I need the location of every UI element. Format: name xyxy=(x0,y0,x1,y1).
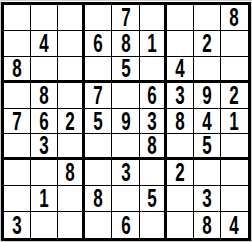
given-digit: 4 xyxy=(175,57,184,81)
given-digit: 7 xyxy=(121,5,130,30)
given-digit: 8 xyxy=(94,186,103,211)
given-digit: 8 xyxy=(202,213,211,238)
given-digit: 6 xyxy=(147,83,156,108)
given-digit: 3 xyxy=(147,109,156,134)
sudoku-cell-r1c5[interactable]: 7 xyxy=(112,5,139,31)
sudoku-cell-r5c9[interactable]: 1 xyxy=(221,109,248,135)
sudoku-cell-r3c4[interactable] xyxy=(85,57,112,83)
sudoku-cell-r2c4[interactable]: 6 xyxy=(85,31,112,57)
sudoku-cell-r6c9[interactable] xyxy=(221,134,248,160)
given-digit: 5 xyxy=(94,109,103,134)
sudoku-cell-r4c1[interactable] xyxy=(4,83,31,109)
sudoku-cell-r6c6[interactable]: 8 xyxy=(140,134,167,160)
sudoku-cell-r9c9[interactable]: 4 xyxy=(221,212,248,238)
sudoku-cell-r6c5[interactable] xyxy=(112,134,139,160)
given-digit: 3 xyxy=(121,160,130,185)
sudoku-cell-r3c9[interactable] xyxy=(221,57,248,83)
sudoku-cell-r5c6[interactable]: 3 xyxy=(140,109,167,135)
sudoku-board: 784681285487639276259384138583218533684 xyxy=(1,2,251,241)
sudoku-cell-r5c8[interactable]: 4 xyxy=(194,109,221,135)
sudoku-cell-r4c9[interactable]: 2 xyxy=(221,83,248,109)
sudoku-cell-r4c5[interactable] xyxy=(112,83,139,109)
sudoku-cell-r8c2[interactable]: 1 xyxy=(31,186,58,212)
given-digit: 8 xyxy=(230,5,239,30)
sudoku-cell-r4c6[interactable]: 6 xyxy=(140,83,167,109)
sudoku-cell-r3c1[interactable]: 8 xyxy=(4,57,31,83)
sudoku-cell-r1c7[interactable] xyxy=(167,5,194,31)
sudoku-cell-r3c7[interactable]: 4 xyxy=(167,57,194,83)
sudoku-cell-r5c4[interactable]: 5 xyxy=(85,109,112,135)
sudoku-cell-r5c2[interactable]: 6 xyxy=(31,109,58,135)
given-digit: 8 xyxy=(66,160,75,185)
given-digit: 9 xyxy=(202,83,211,108)
given-digit: 4 xyxy=(230,213,239,238)
given-digit: 5 xyxy=(121,57,130,81)
sudoku-cell-r8c7[interactable] xyxy=(167,186,194,212)
sudoku-cell-r4c7[interactable]: 3 xyxy=(167,83,194,109)
given-digit: 8 xyxy=(39,83,48,108)
sudoku-cell-r1c8[interactable] xyxy=(194,5,221,31)
sudoku-cell-r8c3[interactable] xyxy=(58,186,85,212)
given-digit: 6 xyxy=(94,31,103,56)
given-digit: 8 xyxy=(175,109,184,134)
sudoku-cell-r5c3[interactable]: 2 xyxy=(58,109,85,135)
sudoku-cell-r9c5[interactable]: 6 xyxy=(112,212,139,238)
given-digit: 3 xyxy=(39,134,48,158)
given-digit: 8 xyxy=(121,31,130,56)
sudoku-cell-r3c3[interactable] xyxy=(58,57,85,83)
sudoku-cell-r2c6[interactable]: 1 xyxy=(140,31,167,57)
sudoku-cell-r6c4[interactable] xyxy=(85,134,112,160)
sudoku-cell-r3c5[interactable]: 5 xyxy=(112,57,139,83)
sudoku-cell-r6c3[interactable] xyxy=(58,134,85,160)
sudoku-cell-r9c3[interactable] xyxy=(58,212,85,238)
given-digit: 2 xyxy=(66,109,75,134)
given-digit: 3 xyxy=(175,83,184,108)
sudoku-cell-r6c8[interactable]: 5 xyxy=(194,134,221,160)
sudoku-cell-r9c7[interactable] xyxy=(167,212,194,238)
sudoku-cell-r7c3[interactable]: 8 xyxy=(58,160,85,186)
given-digit: 2 xyxy=(175,160,184,185)
sudoku-cell-r2c5[interactable]: 8 xyxy=(112,31,139,57)
sudoku-cell-r9c2[interactable] xyxy=(31,212,58,238)
sudoku-cell-r7c1[interactable] xyxy=(4,160,31,186)
given-digit: 3 xyxy=(202,186,211,211)
given-digit: 4 xyxy=(39,31,48,56)
sudoku-cell-r6c1[interactable] xyxy=(4,134,31,160)
sudoku-cell-r7c6[interactable] xyxy=(140,160,167,186)
sudoku-cell-r8c9[interactable] xyxy=(221,186,248,212)
given-digit: 6 xyxy=(39,109,48,134)
sudoku-cell-r3c6[interactable] xyxy=(140,57,167,83)
sudoku-cell-r6c7[interactable] xyxy=(167,134,194,160)
sudoku-cell-r5c1[interactable]: 7 xyxy=(4,109,31,135)
sudoku-cell-r2c9[interactable] xyxy=(221,31,248,57)
sudoku-cell-r2c1[interactable] xyxy=(4,31,31,57)
given-digit: 9 xyxy=(121,109,130,134)
sudoku-cell-r5c5[interactable]: 9 xyxy=(112,109,139,135)
given-digit: 1 xyxy=(230,109,239,134)
sudoku-cell-r2c7[interactable] xyxy=(167,31,194,57)
given-digit: 2 xyxy=(230,83,239,108)
sudoku-cell-r2c3[interactable] xyxy=(58,31,85,57)
sudoku-cell-r9c6[interactable] xyxy=(140,212,167,238)
sudoku-cell-r7c2[interactable] xyxy=(31,160,58,186)
given-digit: 1 xyxy=(147,31,156,56)
sudoku-cell-r1c6[interactable] xyxy=(140,5,167,31)
given-digit: 1 xyxy=(39,186,48,211)
given-digit: 4 xyxy=(202,109,211,134)
given-digit: 6 xyxy=(121,213,130,238)
sudoku-cell-r1c9[interactable]: 8 xyxy=(221,5,248,31)
sudoku-cell-r7c5[interactable]: 3 xyxy=(112,160,139,186)
given-digit: 7 xyxy=(94,83,103,108)
sudoku-cell-r2c2[interactable]: 4 xyxy=(31,31,58,57)
given-digit: 7 xyxy=(12,109,21,134)
sudoku-cell-r9c4[interactable] xyxy=(85,212,112,238)
sudoku-cell-r1c1[interactable] xyxy=(4,5,31,31)
sudoku-cell-r2c8[interactable]: 2 xyxy=(194,31,221,57)
sudoku-cell-r3c2[interactable] xyxy=(31,57,58,83)
given-digit: 5 xyxy=(147,186,156,211)
given-digit: 5 xyxy=(202,134,211,158)
sudoku-cell-r7c8[interactable] xyxy=(194,160,221,186)
sudoku-cell-r9c8[interactable]: 8 xyxy=(194,212,221,238)
sudoku-cell-r8c1[interactable] xyxy=(4,186,31,212)
sudoku-cell-r4c2[interactable]: 8 xyxy=(31,83,58,109)
sudoku-cell-r9c1[interactable]: 3 xyxy=(4,212,31,238)
given-digit: 8 xyxy=(12,57,21,81)
sudoku-cell-r6c2[interactable]: 3 xyxy=(31,134,58,160)
sudoku-cell-r4c8[interactable]: 9 xyxy=(194,83,221,109)
given-digit: 2 xyxy=(202,31,211,56)
sudoku-cell-r8c8[interactable]: 3 xyxy=(194,186,221,212)
sudoku-cell-r5c7[interactable]: 8 xyxy=(167,109,194,135)
sudoku-cell-r1c4[interactable] xyxy=(85,5,112,31)
sudoku-cell-r1c2[interactable] xyxy=(31,5,58,31)
sudoku-cell-r8c4[interactable]: 8 xyxy=(85,186,112,212)
sudoku-cell-r8c5[interactable] xyxy=(112,186,139,212)
sudoku-cell-r4c4[interactable]: 7 xyxy=(85,83,112,109)
sudoku-cell-r4c3[interactable] xyxy=(58,83,85,109)
sudoku-cell-r8c6[interactable]: 5 xyxy=(140,186,167,212)
sudoku-cell-r1c3[interactable] xyxy=(58,5,85,31)
given-digit: 8 xyxy=(147,134,156,158)
sudoku-cell-r7c9[interactable] xyxy=(221,160,248,186)
sudoku-cell-r3c8[interactable] xyxy=(194,57,221,83)
sudoku-cell-r7c7[interactable]: 2 xyxy=(167,160,194,186)
given-digit: 3 xyxy=(12,213,21,238)
sudoku-cell-r7c4[interactable] xyxy=(85,160,112,186)
